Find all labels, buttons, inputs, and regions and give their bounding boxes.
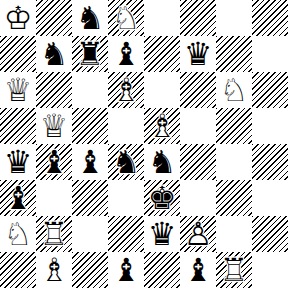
square-f5[interactable] bbox=[180, 108, 216, 144]
square-d5[interactable] bbox=[108, 108, 144, 144]
square-e7[interactable] bbox=[144, 36, 180, 72]
square-f1[interactable]: ♝♝ bbox=[180, 252, 216, 288]
square-a6[interactable]: ♛♕ bbox=[0, 72, 36, 108]
square-d4[interactable]: ♞♞ bbox=[108, 144, 144, 180]
square-c5[interactable] bbox=[72, 108, 108, 144]
chess-board: ♚♔♞♞♞♘♞♞♜♜♝♝♛♛♛♕♝♗♞♘♛♕♝♗♛♛♝♝♝♝♞♞♞♞♝♝♚♚♞♘… bbox=[0, 0, 288, 288]
square-c2[interactable] bbox=[72, 216, 108, 252]
square-c3[interactable] bbox=[72, 180, 108, 216]
black-bishop-icon: ♝ bbox=[108, 36, 144, 72]
white-rook-icon: ♖ bbox=[216, 252, 252, 288]
square-f8[interactable] bbox=[180, 0, 216, 36]
square-f4[interactable] bbox=[180, 144, 216, 180]
black-knight-icon: ♞ bbox=[36, 36, 72, 72]
black-queen-icon: ♛ bbox=[144, 216, 180, 252]
white-pawn-icon: ♙ bbox=[180, 216, 216, 252]
square-h6[interactable] bbox=[252, 72, 288, 108]
square-f6[interactable] bbox=[180, 72, 216, 108]
square-e6[interactable] bbox=[144, 72, 180, 108]
square-a1[interactable] bbox=[0, 252, 36, 288]
white-bishop-icon: ♗ bbox=[36, 252, 72, 288]
square-b4[interactable]: ♝♝ bbox=[36, 144, 72, 180]
square-d3[interactable] bbox=[108, 180, 144, 216]
square-c8[interactable]: ♞♞ bbox=[72, 0, 108, 36]
square-g2[interactable] bbox=[216, 216, 252, 252]
square-c4[interactable]: ♝♝ bbox=[72, 144, 108, 180]
black-king-icon: ♚ bbox=[144, 180, 180, 216]
square-g7[interactable] bbox=[216, 36, 252, 72]
black-rook-icon: ♜ bbox=[72, 36, 108, 72]
black-bishop-icon: ♝ bbox=[108, 252, 144, 288]
square-b5[interactable]: ♛♕ bbox=[36, 108, 72, 144]
white-king-icon: ♔ bbox=[0, 0, 36, 36]
square-b8[interactable] bbox=[36, 0, 72, 36]
black-queen-icon: ♛ bbox=[0, 144, 36, 180]
square-a7[interactable] bbox=[0, 36, 36, 72]
square-e3[interactable]: ♚♚ bbox=[144, 180, 180, 216]
square-g3[interactable] bbox=[216, 180, 252, 216]
square-d1[interactable]: ♝♝ bbox=[108, 252, 144, 288]
square-a3[interactable]: ♝♝ bbox=[0, 180, 36, 216]
square-h1[interactable] bbox=[252, 252, 288, 288]
white-knight-icon: ♘ bbox=[108, 0, 144, 36]
white-rook-icon: ♖ bbox=[36, 216, 72, 252]
square-d8[interactable]: ♞♘ bbox=[108, 0, 144, 36]
square-h7[interactable] bbox=[252, 36, 288, 72]
square-f7[interactable]: ♛♛ bbox=[180, 36, 216, 72]
square-c6[interactable] bbox=[72, 72, 108, 108]
square-h4[interactable] bbox=[252, 144, 288, 180]
square-f2[interactable]: ♟♙ bbox=[180, 216, 216, 252]
white-bishop-icon: ♗ bbox=[108, 72, 144, 108]
black-bishop-icon: ♝ bbox=[72, 144, 108, 180]
square-d2[interactable] bbox=[108, 216, 144, 252]
square-h2[interactable] bbox=[252, 216, 288, 252]
square-e5[interactable]: ♝♗ bbox=[144, 108, 180, 144]
black-knight-icon: ♞ bbox=[108, 144, 144, 180]
square-a5[interactable] bbox=[0, 108, 36, 144]
square-b1[interactable]: ♝♗ bbox=[36, 252, 72, 288]
black-bishop-icon: ♝ bbox=[36, 144, 72, 180]
black-knight-icon: ♞ bbox=[72, 0, 108, 36]
black-queen-icon: ♛ bbox=[180, 36, 216, 72]
square-h3[interactable] bbox=[252, 180, 288, 216]
square-g4[interactable] bbox=[216, 144, 252, 180]
square-b3[interactable] bbox=[36, 180, 72, 216]
square-b6[interactable] bbox=[36, 72, 72, 108]
square-h5[interactable] bbox=[252, 108, 288, 144]
square-d6[interactable]: ♝♗ bbox=[108, 72, 144, 108]
square-a2[interactable]: ♞♘ bbox=[0, 216, 36, 252]
square-e1[interactable] bbox=[144, 252, 180, 288]
square-e8[interactable] bbox=[144, 0, 180, 36]
square-g8[interactable] bbox=[216, 0, 252, 36]
white-queen-icon: ♕ bbox=[0, 72, 36, 108]
white-queen-icon: ♕ bbox=[36, 108, 72, 144]
square-g1[interactable]: ♜♖ bbox=[216, 252, 252, 288]
square-b7[interactable]: ♞♞ bbox=[36, 36, 72, 72]
square-f3[interactable] bbox=[180, 180, 216, 216]
square-e2[interactable]: ♛♛ bbox=[144, 216, 180, 252]
white-knight-icon: ♘ bbox=[0, 216, 36, 252]
square-a4[interactable]: ♛♛ bbox=[0, 144, 36, 180]
white-bishop-icon: ♗ bbox=[144, 108, 180, 144]
black-bishop-icon: ♝ bbox=[0, 180, 36, 216]
white-knight-icon: ♘ bbox=[216, 72, 252, 108]
square-g6[interactable]: ♞♘ bbox=[216, 72, 252, 108]
square-g5[interactable] bbox=[216, 108, 252, 144]
square-d7[interactable]: ♝♝ bbox=[108, 36, 144, 72]
square-e4[interactable]: ♞♞ bbox=[144, 144, 180, 180]
square-a8[interactable]: ♚♔ bbox=[0, 0, 36, 36]
square-c7[interactable]: ♜♜ bbox=[72, 36, 108, 72]
black-knight-icon: ♞ bbox=[144, 144, 180, 180]
square-c1[interactable] bbox=[72, 252, 108, 288]
square-b2[interactable]: ♜♖ bbox=[36, 216, 72, 252]
black-bishop-icon: ♝ bbox=[180, 252, 216, 288]
square-h8[interactable] bbox=[252, 0, 288, 36]
